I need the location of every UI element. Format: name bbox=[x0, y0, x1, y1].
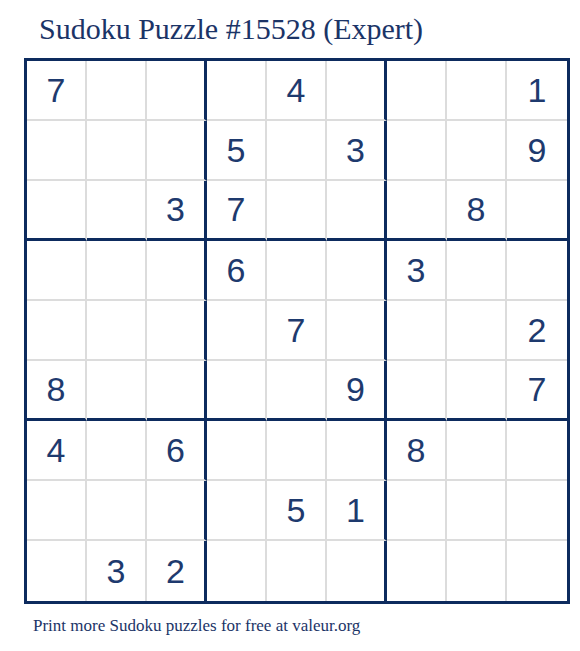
cell-r7c3: 6 bbox=[147, 421, 207, 481]
cell-r9c1 bbox=[27, 541, 87, 601]
cell-r3c2 bbox=[87, 181, 147, 241]
cell-r9c7 bbox=[387, 541, 447, 601]
cell-r2c1 bbox=[27, 121, 87, 181]
cell-r3c6 bbox=[327, 181, 387, 241]
cell-r7c6 bbox=[327, 421, 387, 481]
cell-r6c2 bbox=[87, 361, 147, 421]
cell-r2c5 bbox=[267, 121, 327, 181]
cell-r9c9 bbox=[507, 541, 567, 601]
cell-r5c2 bbox=[87, 301, 147, 361]
cell-r2c9: 9 bbox=[507, 121, 567, 181]
page-title: Sudoku Puzzle #15528 (Expert) bbox=[39, 12, 423, 46]
cell-r2c4: 5 bbox=[207, 121, 267, 181]
cell-r7c4 bbox=[207, 421, 267, 481]
cell-r5c8 bbox=[447, 301, 507, 361]
cell-r4c1 bbox=[27, 241, 87, 301]
cell-r4c3 bbox=[147, 241, 207, 301]
cell-r1c6 bbox=[327, 61, 387, 121]
cell-r1c9: 1 bbox=[507, 61, 567, 121]
cell-r7c2 bbox=[87, 421, 147, 481]
sudoku-page: Sudoku Puzzle #15528 (Expert) 7415393786… bbox=[0, 0, 580, 651]
cell-r3c8: 8 bbox=[447, 181, 507, 241]
cell-r4c5 bbox=[267, 241, 327, 301]
footer-text: Print more Sudoku puzzles for free at va… bbox=[33, 616, 360, 636]
cell-r4c2 bbox=[87, 241, 147, 301]
cell-r8c6: 1 bbox=[327, 481, 387, 541]
cell-r3c4: 7 bbox=[207, 181, 267, 241]
cell-r9c6 bbox=[327, 541, 387, 601]
cell-r2c6: 3 bbox=[327, 121, 387, 181]
cell-r6c6: 9 bbox=[327, 361, 387, 421]
cell-r4c9 bbox=[507, 241, 567, 301]
cell-r4c4: 6 bbox=[207, 241, 267, 301]
cell-r8c5: 5 bbox=[267, 481, 327, 541]
cell-r9c2: 3 bbox=[87, 541, 147, 601]
cell-r6c1: 8 bbox=[27, 361, 87, 421]
cell-r9c4 bbox=[207, 541, 267, 601]
cell-r4c7: 3 bbox=[387, 241, 447, 301]
cell-r5c9: 2 bbox=[507, 301, 567, 361]
cell-r2c2 bbox=[87, 121, 147, 181]
cell-r8c8 bbox=[447, 481, 507, 541]
cell-r3c7 bbox=[387, 181, 447, 241]
cell-r5c6 bbox=[327, 301, 387, 361]
cell-r1c4 bbox=[207, 61, 267, 121]
cell-r6c3 bbox=[147, 361, 207, 421]
cell-r1c3 bbox=[147, 61, 207, 121]
cell-r3c5 bbox=[267, 181, 327, 241]
cell-r7c7: 8 bbox=[387, 421, 447, 481]
cell-r5c7 bbox=[387, 301, 447, 361]
cell-r7c1: 4 bbox=[27, 421, 87, 481]
cell-r6c7 bbox=[387, 361, 447, 421]
cell-r5c1 bbox=[27, 301, 87, 361]
cell-r4c6 bbox=[327, 241, 387, 301]
cell-r7c5 bbox=[267, 421, 327, 481]
cell-r2c7 bbox=[387, 121, 447, 181]
cell-r7c9 bbox=[507, 421, 567, 481]
cell-r8c2 bbox=[87, 481, 147, 541]
cell-r1c7 bbox=[387, 61, 447, 121]
cell-r3c9 bbox=[507, 181, 567, 241]
cell-r1c5: 4 bbox=[267, 61, 327, 121]
cell-r1c2 bbox=[87, 61, 147, 121]
cell-r9c5 bbox=[267, 541, 327, 601]
cell-r9c8 bbox=[447, 541, 507, 601]
cell-r7c8 bbox=[447, 421, 507, 481]
cell-r6c9: 7 bbox=[507, 361, 567, 421]
cell-r2c8 bbox=[447, 121, 507, 181]
cell-r5c5: 7 bbox=[267, 301, 327, 361]
cell-r4c8 bbox=[447, 241, 507, 301]
cell-r6c4 bbox=[207, 361, 267, 421]
cell-r1c8 bbox=[447, 61, 507, 121]
cell-r8c1 bbox=[27, 481, 87, 541]
cell-r8c4 bbox=[207, 481, 267, 541]
cell-r5c3 bbox=[147, 301, 207, 361]
cell-r1c1: 7 bbox=[27, 61, 87, 121]
cell-r6c5 bbox=[267, 361, 327, 421]
cell-r6c8 bbox=[447, 361, 507, 421]
cell-r9c3: 2 bbox=[147, 541, 207, 601]
cell-r3c3: 3 bbox=[147, 181, 207, 241]
cell-r3c1 bbox=[27, 181, 87, 241]
cell-r5c4 bbox=[207, 301, 267, 361]
cell-r8c9 bbox=[507, 481, 567, 541]
cell-r8c3 bbox=[147, 481, 207, 541]
sudoku-board: 74153937863728974685132 bbox=[24, 58, 570, 604]
cell-r8c7 bbox=[387, 481, 447, 541]
cell-r2c3 bbox=[147, 121, 207, 181]
